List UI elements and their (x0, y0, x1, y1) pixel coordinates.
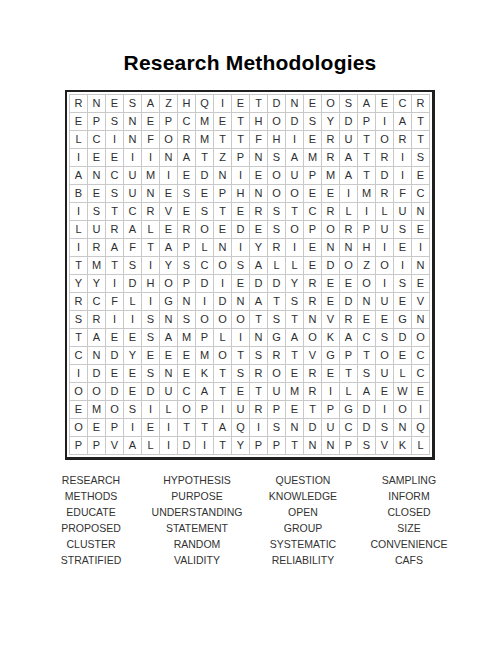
grid-cell[interactable]: E (160, 185, 177, 202)
grid-cell[interactable]: N (304, 437, 321, 454)
grid-cell[interactable]: P (268, 401, 285, 418)
grid-cell[interactable]: G (322, 347, 339, 364)
grid-cell[interactable]: E (214, 221, 231, 238)
grid-cell[interactable]: R (304, 365, 321, 382)
grid-cell[interactable]: T (70, 257, 87, 274)
grid-cell[interactable]: O (214, 257, 231, 274)
grid-cell[interactable]: L (196, 239, 213, 256)
grid-cell[interactable]: P (340, 347, 357, 364)
grid-cell[interactable]: U (88, 221, 105, 238)
grid-cell[interactable]: R (304, 293, 321, 310)
grid-cell[interactable]: I (232, 239, 249, 256)
grid-cell[interactable]: A (178, 149, 195, 166)
grid-cell[interactable]: T (286, 347, 303, 364)
grid-cell[interactable]: S (340, 95, 357, 112)
grid-cell[interactable]: M (142, 167, 159, 184)
grid-cell[interactable]: A (160, 239, 177, 256)
grid-cell[interactable]: E (70, 113, 87, 130)
grid-cell[interactable]: E (124, 329, 141, 346)
grid-cell[interactable]: N (88, 347, 105, 364)
grid-cell[interactable]: U (160, 383, 177, 400)
grid-cell[interactable]: A (160, 329, 177, 346)
grid-cell[interactable]: O (340, 257, 357, 274)
grid-cell[interactable]: E (196, 185, 213, 202)
grid-cell[interactable]: L (286, 257, 303, 274)
grid-cell[interactable]: R (268, 347, 285, 364)
grid-cell[interactable]: O (214, 347, 231, 364)
grid-cell[interactable]: O (178, 401, 195, 418)
grid-cell[interactable]: U (394, 203, 411, 220)
grid-cell[interactable]: N (394, 419, 411, 436)
grid-cell[interactable]: R (178, 131, 195, 148)
grid-cell[interactable]: T (142, 239, 159, 256)
grid-cell[interactable]: P (232, 149, 249, 166)
grid-cell[interactable]: I (394, 149, 411, 166)
grid-cell[interactable]: E (376, 383, 393, 400)
grid-cell[interactable]: L (268, 257, 285, 274)
grid-cell[interactable]: V (376, 437, 393, 454)
grid-cell[interactable]: V (322, 311, 339, 328)
grid-cell[interactable]: N (142, 185, 159, 202)
grid-cell[interactable]: I (142, 293, 159, 310)
grid-cell[interactable]: P (268, 437, 285, 454)
grid-cell[interactable]: Z (358, 257, 375, 274)
grid-cell[interactable]: N (88, 167, 105, 184)
grid-cell[interactable]: A (88, 329, 105, 346)
grid-cell[interactable]: I (214, 401, 231, 418)
grid-cell[interactable]: L (70, 131, 87, 148)
grid-cell[interactable]: O (412, 329, 429, 346)
grid-cell[interactable]: T (304, 401, 321, 418)
grid-cell[interactable]: T (70, 329, 87, 346)
grid-cell[interactable]: K (196, 365, 213, 382)
grid-cell[interactable]: V (160, 203, 177, 220)
grid-cell[interactable]: H (142, 275, 159, 292)
grid-cell[interactable]: I (340, 185, 357, 202)
grid-cell[interactable]: E (304, 95, 321, 112)
grid-cell[interactable]: A (340, 167, 357, 184)
grid-cell[interactable]: E (304, 131, 321, 148)
grid-cell[interactable]: C (178, 383, 195, 400)
grid-cell[interactable]: R (322, 149, 339, 166)
grid-cell[interactable]: D (394, 329, 411, 346)
grid-cell[interactable]: N (250, 185, 267, 202)
grid-cell[interactable]: U (124, 167, 141, 184)
grid-cell[interactable]: E (250, 167, 267, 184)
grid-cell[interactable]: M (286, 383, 303, 400)
grid-cell[interactable]: S (232, 257, 249, 274)
grid-cell[interactable]: E (178, 347, 195, 364)
grid-cell[interactable]: T (286, 437, 303, 454)
grid-cell[interactable]: P (178, 275, 195, 292)
grid-cell[interactable]: S (268, 419, 285, 436)
grid-cell[interactable]: S (142, 329, 159, 346)
grid-cell[interactable]: E (178, 203, 195, 220)
grid-cell[interactable]: S (178, 185, 195, 202)
grid-cell[interactable]: Y (124, 347, 141, 364)
grid-cell[interactable]: I (286, 239, 303, 256)
grid-cell[interactable]: G (268, 329, 285, 346)
grid-cell[interactable]: E (322, 293, 339, 310)
grid-cell[interactable]: Q (232, 419, 249, 436)
grid-cell[interactable]: I (160, 167, 177, 184)
grid-cell[interactable]: V (106, 437, 123, 454)
grid-cell[interactable]: R (340, 221, 357, 238)
grid-cell[interactable]: M (196, 131, 213, 148)
grid-cell[interactable]: N (160, 365, 177, 382)
grid-cell[interactable]: I (412, 401, 429, 418)
grid-cell[interactable]: K (394, 437, 411, 454)
grid-cell[interactable]: G (394, 311, 411, 328)
grid-cell[interactable]: R (250, 203, 267, 220)
grid-cell[interactable]: E (232, 203, 249, 220)
grid-cell[interactable]: H (250, 113, 267, 130)
grid-cell[interactable]: S (178, 257, 195, 274)
grid-cell[interactable]: I (70, 149, 87, 166)
grid-cell[interactable]: E (232, 383, 249, 400)
grid-cell[interactable]: Y (160, 257, 177, 274)
grid-cell[interactable]: E (142, 113, 159, 130)
grid-cell[interactable]: I (160, 437, 177, 454)
grid-cell[interactable]: S (106, 185, 123, 202)
grid-cell[interactable]: C (304, 203, 321, 220)
grid-cell[interactable]: G (160, 293, 177, 310)
grid-cell[interactable]: P (106, 419, 123, 436)
grid-cell[interactable]: M (88, 401, 105, 418)
grid-cell[interactable]: C (340, 419, 357, 436)
grid-cell[interactable]: T (106, 203, 123, 220)
grid-cell[interactable]: M (304, 149, 321, 166)
grid-cell[interactable]: N (412, 203, 429, 220)
grid-cell[interactable]: H (232, 185, 249, 202)
grid-cell[interactable]: E (106, 329, 123, 346)
grid-cell[interactable]: T (412, 113, 429, 130)
grid-cell[interactable]: S (70, 311, 87, 328)
grid-cell[interactable]: C (178, 113, 195, 130)
grid-cell[interactable]: C (70, 347, 87, 364)
grid-cell[interactable]: P (250, 437, 267, 454)
grid-cell[interactable]: S (358, 437, 375, 454)
grid-cell[interactable]: O (160, 131, 177, 148)
grid-cell[interactable]: I (106, 131, 123, 148)
grid-cell[interactable]: P (340, 437, 357, 454)
grid-cell[interactable]: F (142, 131, 159, 148)
grid-cell[interactable]: E (376, 311, 393, 328)
grid-cell[interactable]: O (214, 311, 231, 328)
grid-cell[interactable]: D (142, 383, 159, 400)
grid-cell[interactable]: R (250, 401, 267, 418)
grid-cell[interactable]: T (250, 383, 267, 400)
grid-cell[interactable]: E (412, 275, 429, 292)
grid-cell[interactable]: I (376, 275, 393, 292)
grid-cell[interactable]: T (358, 131, 375, 148)
grid-cell[interactable]: P (214, 185, 231, 202)
grid-cell[interactable]: U (268, 383, 285, 400)
grid-cell[interactable]: V (412, 293, 429, 310)
grid-cell[interactable]: T (232, 347, 249, 364)
grid-cell[interactable]: E (304, 185, 321, 202)
grid-cell[interactable]: O (88, 383, 105, 400)
grid-cell[interactable]: I (250, 419, 267, 436)
grid-cell[interactable]: A (70, 167, 87, 184)
grid-cell[interactable]: Q (412, 419, 429, 436)
grid-cell[interactable]: E (70, 401, 87, 418)
grid-cell[interactable]: A (196, 383, 213, 400)
grid-cell[interactable]: I (322, 383, 339, 400)
grid-cell[interactable]: R (340, 311, 357, 328)
grid-cell[interactable]: E (106, 365, 123, 382)
grid-cell[interactable]: E (142, 347, 159, 364)
grid-cell[interactable]: T (196, 419, 213, 436)
grid-cell[interactable]: C (88, 293, 105, 310)
grid-cell[interactable]: M (358, 185, 375, 202)
grid-cell[interactable]: C (412, 365, 429, 382)
grid-cell[interactable]: U (340, 131, 357, 148)
grid-cell[interactable]: I (394, 167, 411, 184)
grid-cell[interactable]: I (70, 239, 87, 256)
grid-cell[interactable]: T (214, 383, 231, 400)
grid-cell[interactable]: S (376, 329, 393, 346)
grid-cell[interactable]: T (232, 113, 249, 130)
grid-cell[interactable]: P (358, 113, 375, 130)
grid-cell[interactable]: A (394, 113, 411, 130)
grid-cell[interactable]: I (142, 401, 159, 418)
grid-cell[interactable]: C (412, 347, 429, 364)
grid-cell[interactable]: S (412, 149, 429, 166)
grid-cell[interactable]: M (322, 167, 339, 184)
grid-cell[interactable]: S (196, 203, 213, 220)
grid-cell[interactable]: N (160, 311, 177, 328)
grid-cell[interactable]: O (268, 365, 285, 382)
grid-cell[interactable]: H (358, 239, 375, 256)
grid-cell[interactable]: P (196, 329, 213, 346)
grid-cell[interactable]: T (412, 131, 429, 148)
grid-cell[interactable]: N (286, 419, 303, 436)
grid-cell[interactable]: Y (250, 239, 267, 256)
grid-cell[interactable]: U (376, 365, 393, 382)
grid-cell[interactable]: M (196, 347, 213, 364)
grid-cell[interactable]: R (268, 239, 285, 256)
grid-cell[interactable]: T (214, 203, 231, 220)
grid-cell[interactable]: R (322, 203, 339, 220)
grid-cell[interactable]: Y (70, 275, 87, 292)
grid-cell[interactable]: E (88, 419, 105, 436)
grid-cell[interactable]: T (358, 149, 375, 166)
grid-cell[interactable]: O (106, 401, 123, 418)
grid-cell[interactable]: I (214, 95, 231, 112)
grid-cell[interactable]: Y (232, 437, 249, 454)
grid-cell[interactable]: L (214, 329, 231, 346)
grid-cell[interactable]: P (88, 437, 105, 454)
grid-cell[interactable]: U (124, 185, 141, 202)
grid-cell[interactable]: S (286, 293, 303, 310)
grid-cell[interactable]: F (394, 185, 411, 202)
grid-cell[interactable]: L (412, 437, 429, 454)
grid-cell[interactable]: I (160, 419, 177, 436)
grid-cell[interactable]: S (142, 365, 159, 382)
grid-cell[interactable]: I (70, 365, 87, 382)
grid-cell[interactable]: O (322, 221, 339, 238)
grid-cell[interactable]: N (160, 149, 177, 166)
grid-cell[interactable]: D (124, 275, 141, 292)
grid-cell[interactable]: P (322, 401, 339, 418)
grid-cell[interactable]: P (88, 113, 105, 130)
grid-cell[interactable]: E (232, 95, 249, 112)
grid-cell[interactable]: R (88, 239, 105, 256)
grid-cell[interactable]: N (322, 437, 339, 454)
grid-cell[interactable]: S (376, 419, 393, 436)
grid-cell[interactable]: D (88, 365, 105, 382)
grid-cell[interactable]: S (394, 275, 411, 292)
grid-cell[interactable]: L (340, 203, 357, 220)
grid-cell[interactable]: E (412, 221, 429, 238)
grid-cell[interactable]: D (358, 419, 375, 436)
grid-cell[interactable]: E (250, 221, 267, 238)
grid-cell[interactable]: E (394, 347, 411, 364)
grid-cell[interactable]: R (88, 311, 105, 328)
grid-cell[interactable]: I (124, 419, 141, 436)
grid-cell[interactable]: T (214, 131, 231, 148)
grid-cell[interactable]: D (304, 419, 321, 436)
grid-cell[interactable]: F (124, 239, 141, 256)
grid-cell[interactable]: P (160, 113, 177, 130)
grid-cell[interactable]: C (88, 131, 105, 148)
grid-cell[interactable]: A (124, 437, 141, 454)
grid-cell[interactable]: E (106, 95, 123, 112)
grid-cell[interactable]: D (376, 167, 393, 184)
grid-cell[interactable]: T (214, 437, 231, 454)
grid-cell[interactable]: P (178, 239, 195, 256)
grid-cell[interactable]: D (268, 95, 285, 112)
grid-cell[interactable]: D (178, 437, 195, 454)
grid-cell[interactable]: Z (214, 149, 231, 166)
grid-cell[interactable]: N (340, 239, 357, 256)
grid-cell[interactable]: E (286, 401, 303, 418)
grid-cell[interactable]: E (178, 167, 195, 184)
grid-cell[interactable]: A (124, 221, 141, 238)
grid-cell[interactable]: O (376, 131, 393, 148)
grid-cell[interactable]: N (250, 149, 267, 166)
grid-cell[interactable]: D (214, 293, 231, 310)
grid-cell[interactable]: I (196, 293, 213, 310)
grid-cell[interactable]: R (376, 149, 393, 166)
grid-cell[interactable]: T (340, 365, 357, 382)
grid-cell[interactable]: W (394, 383, 411, 400)
grid-cell[interactable]: L (142, 221, 159, 238)
grid-cell[interactable]: U (322, 419, 339, 436)
grid-cell[interactable]: S (304, 113, 321, 130)
grid-cell[interactable]: T (358, 347, 375, 364)
grid-cell[interactable]: L (340, 383, 357, 400)
grid-cell[interactable]: U (232, 401, 249, 418)
grid-cell[interactable]: S (268, 149, 285, 166)
grid-cell[interactable]: S (268, 203, 285, 220)
grid-cell[interactable]: P (358, 221, 375, 238)
grid-cell[interactable]: S (358, 365, 375, 382)
grid-cell[interactable]: D (358, 401, 375, 418)
grid-cell[interactable]: N (124, 113, 141, 130)
grid-cell[interactable]: L (70, 221, 87, 238)
grid-cell[interactable]: N (304, 311, 321, 328)
grid-cell[interactable]: C (412, 185, 429, 202)
grid-cell[interactable]: R (250, 365, 267, 382)
grid-cell[interactable]: Z (160, 95, 177, 112)
grid-cell[interactable]: E (412, 383, 429, 400)
grid-cell[interactable]: O (196, 311, 213, 328)
grid-cell[interactable]: Q (196, 95, 213, 112)
grid-cell[interactable]: P (196, 401, 213, 418)
grid-cell[interactable]: T (250, 95, 267, 112)
grid-cell[interactable]: T (286, 203, 303, 220)
grid-cell[interactable]: I (232, 167, 249, 184)
grid-cell[interactable]: C (124, 203, 141, 220)
grid-cell[interactable]: R (322, 131, 339, 148)
grid-cell[interactable]: N (322, 239, 339, 256)
grid-cell[interactable]: S (268, 311, 285, 328)
grid-cell[interactable]: O (268, 113, 285, 130)
grid-cell[interactable]: K (322, 329, 339, 346)
grid-cell[interactable]: T (286, 311, 303, 328)
grid-cell[interactable]: A (286, 329, 303, 346)
grid-cell[interactable]: O (268, 167, 285, 184)
grid-cell[interactable]: R (70, 95, 87, 112)
grid-cell[interactable]: E (376, 95, 393, 112)
grid-cell[interactable]: U (376, 293, 393, 310)
grid-cell[interactable]: T (214, 365, 231, 382)
grid-cell[interactable]: A (250, 257, 267, 274)
grid-cell[interactable]: D (106, 347, 123, 364)
grid-cell[interactable]: I (106, 275, 123, 292)
grid-cell[interactable]: G (340, 401, 357, 418)
grid-cell[interactable]: R (142, 203, 159, 220)
grid-cell[interactable]: C (394, 95, 411, 112)
grid-cell[interactable]: S (394, 221, 411, 238)
grid-cell[interactable]: T (250, 311, 267, 328)
grid-cell[interactable]: I (142, 257, 159, 274)
grid-cell[interactable]: E (106, 149, 123, 166)
grid-cell[interactable]: H (268, 131, 285, 148)
grid-cell[interactable]: S (250, 347, 267, 364)
grid-cell[interactable]: O (394, 401, 411, 418)
grid-cell[interactable]: A (214, 419, 231, 436)
grid-cell[interactable]: O (268, 185, 285, 202)
grid-cell[interactable]: A (340, 149, 357, 166)
grid-cell[interactable]: H (178, 95, 195, 112)
grid-cell[interactable]: N (358, 293, 375, 310)
grid-cell[interactable]: O (70, 419, 87, 436)
grid-cell[interactable]: N (412, 257, 429, 274)
grid-cell[interactable]: O (304, 329, 321, 346)
grid-cell[interactable]: L (124, 293, 141, 310)
grid-cell[interactable]: U (376, 221, 393, 238)
grid-cell[interactable]: B (70, 185, 87, 202)
grid-cell[interactable]: S (178, 311, 195, 328)
grid-cell[interactable]: E (322, 365, 339, 382)
grid-cell[interactable]: L (394, 365, 411, 382)
grid-cell[interactable]: A (142, 95, 159, 112)
grid-cell[interactable]: E (214, 113, 231, 130)
grid-cell[interactable]: V (304, 347, 321, 364)
grid-cell[interactable]: O (232, 311, 249, 328)
grid-cell[interactable]: Y (322, 113, 339, 130)
grid-cell[interactable]: E (232, 275, 249, 292)
grid-cell[interactable]: Y (286, 275, 303, 292)
grid-cell[interactable]: T (232, 131, 249, 148)
grid-cell[interactable]: D (322, 257, 339, 274)
grid-cell[interactable]: A (358, 95, 375, 112)
grid-cell[interactable]: O (70, 383, 87, 400)
grid-cell[interactable]: Y (88, 275, 105, 292)
